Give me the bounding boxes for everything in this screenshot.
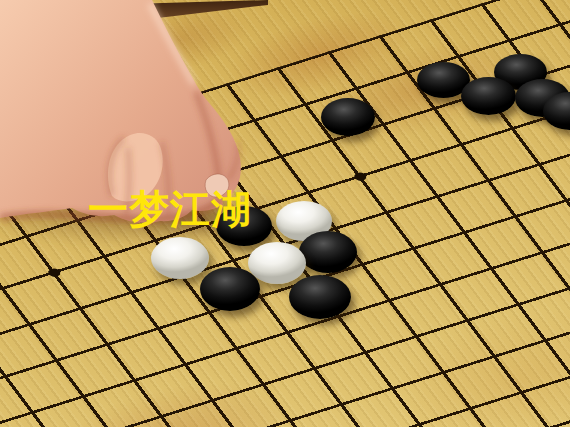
watermark-text: 一梦江湖	[88, 189, 252, 229]
go-photo-scene: 一梦江湖	[0, 0, 570, 427]
hand-placing-stone	[0, 0, 570, 427]
